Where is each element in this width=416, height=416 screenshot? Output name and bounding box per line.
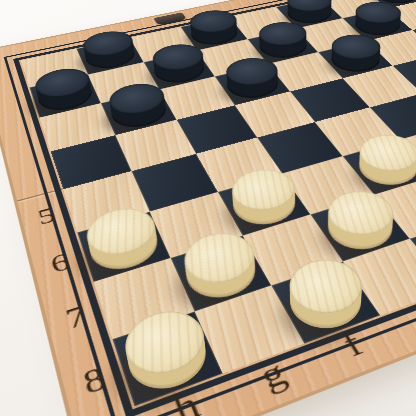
board-photo-scene: 5 6 7 8 h g f bbox=[0, 0, 416, 416]
checkers-board: 5 6 7 8 h g f bbox=[0, 0, 416, 416]
black-checker-h2[interactable] bbox=[34, 77, 96, 114]
rank-label-5: 5 bbox=[26, 201, 68, 231]
rank-label-8: 8 bbox=[68, 358, 122, 404]
rank-label-7: 7 bbox=[52, 298, 101, 338]
playing-grid bbox=[21, 0, 416, 406]
rank-label-6: 6 bbox=[38, 246, 83, 280]
black-checker-e3[interactable] bbox=[220, 67, 285, 103]
hinge-icon bbox=[154, 12, 187, 25]
black-checker-g1[interactable] bbox=[81, 40, 140, 72]
